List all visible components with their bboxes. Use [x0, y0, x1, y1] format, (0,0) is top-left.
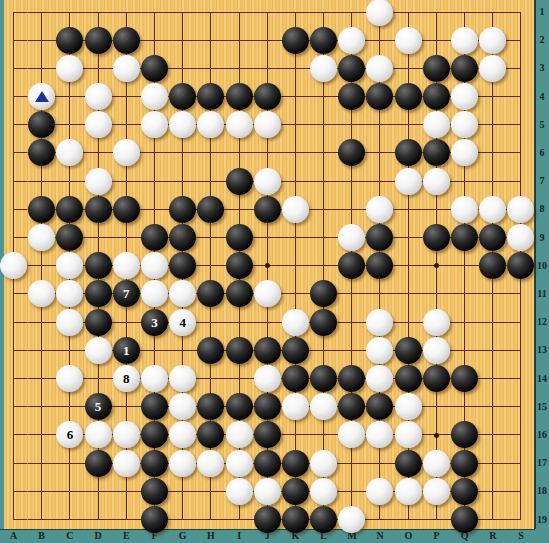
intersection-D18[interactable] — [84, 477, 112, 505]
intersection-B14[interactable] — [28, 364, 56, 392]
intersection-S3[interactable] — [507, 54, 535, 82]
intersection-O11[interactable] — [394, 280, 422, 308]
intersection-O2[interactable] — [394, 26, 422, 54]
intersection-P17[interactable] — [422, 449, 450, 477]
intersection-N3[interactable] — [366, 54, 394, 82]
intersection-Q4[interactable] — [450, 82, 478, 110]
intersection-M17[interactable] — [338, 449, 366, 477]
intersection-N7[interactable] — [366, 167, 394, 195]
intersection-A11[interactable] — [0, 280, 28, 308]
intersection-I9[interactable] — [225, 223, 253, 251]
intersection-D14[interactable] — [84, 364, 112, 392]
intersection-N1[interactable] — [366, 0, 394, 26]
intersection-G10[interactable] — [169, 252, 197, 280]
intersection-N15[interactable] — [366, 393, 394, 421]
intersection-H15[interactable] — [197, 393, 225, 421]
intersection-H3[interactable] — [197, 54, 225, 82]
intersection-A17[interactable] — [0, 449, 28, 477]
intersection-D10[interactable] — [84, 252, 112, 280]
intersection-K13[interactable] — [281, 336, 309, 364]
intersection-N8[interactable] — [366, 195, 394, 223]
intersection-E9[interactable] — [112, 223, 140, 251]
intersection-D15[interactable]: 5 — [84, 393, 112, 421]
intersection-R7[interactable] — [479, 167, 507, 195]
intersection-K18[interactable] — [281, 477, 309, 505]
intersection-L18[interactable] — [309, 477, 337, 505]
intersection-N11[interactable] — [366, 280, 394, 308]
intersection-F18[interactable] — [140, 477, 168, 505]
intersection-R2[interactable] — [479, 26, 507, 54]
intersection-A3[interactable] — [0, 54, 28, 82]
intersection-O9[interactable] — [394, 223, 422, 251]
intersection-S14[interactable] — [507, 364, 535, 392]
intersection-L4[interactable] — [309, 82, 337, 110]
intersection-F6[interactable] — [140, 139, 168, 167]
intersection-C16[interactable]: 6 — [56, 421, 84, 449]
intersection-N13[interactable] — [366, 336, 394, 364]
intersection-H2[interactable] — [197, 26, 225, 54]
intersection-M8[interactable] — [338, 195, 366, 223]
intersection-L11[interactable] — [309, 280, 337, 308]
intersection-C13[interactable] — [56, 336, 84, 364]
intersection-G7[interactable] — [169, 167, 197, 195]
intersection-R9[interactable] — [479, 223, 507, 251]
intersection-O17[interactable] — [394, 449, 422, 477]
intersection-R15[interactable] — [479, 393, 507, 421]
intersection-A16[interactable] — [0, 421, 28, 449]
intersection-A13[interactable] — [0, 336, 28, 364]
intersection-A4[interactable] — [0, 82, 28, 110]
intersection-J1[interactable] — [253, 0, 281, 26]
intersection-P2[interactable] — [422, 26, 450, 54]
intersection-E15[interactable] — [112, 393, 140, 421]
intersection-E16[interactable] — [112, 421, 140, 449]
intersection-G1[interactable] — [169, 0, 197, 26]
intersection-E5[interactable] — [112, 111, 140, 139]
intersection-J3[interactable] — [253, 54, 281, 82]
intersection-S2[interactable] — [507, 26, 535, 54]
intersection-N4[interactable] — [366, 82, 394, 110]
intersection-R8[interactable] — [479, 195, 507, 223]
intersection-N18[interactable] — [366, 477, 394, 505]
intersection-L13[interactable] — [309, 336, 337, 364]
intersection-F8[interactable] — [140, 195, 168, 223]
intersection-K8[interactable] — [281, 195, 309, 223]
intersection-A12[interactable] — [0, 308, 28, 336]
intersection-J5[interactable] — [253, 111, 281, 139]
intersection-Q8[interactable] — [450, 195, 478, 223]
intersection-E17[interactable] — [112, 449, 140, 477]
intersection-E8[interactable] — [112, 195, 140, 223]
intersection-A5[interactable] — [0, 111, 28, 139]
intersection-N14[interactable] — [366, 364, 394, 392]
intersection-C8[interactable] — [56, 195, 84, 223]
intersection-I18[interactable] — [225, 477, 253, 505]
intersection-B16[interactable] — [28, 421, 56, 449]
intersection-E1[interactable] — [112, 0, 140, 26]
intersection-D17[interactable] — [84, 449, 112, 477]
intersection-O6[interactable] — [394, 139, 422, 167]
intersection-G15[interactable] — [169, 393, 197, 421]
intersection-G4[interactable] — [169, 82, 197, 110]
intersection-F7[interactable] — [140, 167, 168, 195]
intersection-K1[interactable] — [281, 0, 309, 26]
intersection-M18[interactable] — [338, 477, 366, 505]
intersection-I16[interactable] — [225, 421, 253, 449]
intersection-H17[interactable] — [197, 449, 225, 477]
intersection-K11[interactable] — [281, 280, 309, 308]
intersection-S13[interactable] — [507, 336, 535, 364]
intersection-N17[interactable] — [366, 449, 394, 477]
intersection-P9[interactable] — [422, 223, 450, 251]
intersection-S8[interactable] — [507, 195, 535, 223]
intersection-E13[interactable]: 1 — [112, 336, 140, 364]
intersection-R6[interactable] — [479, 139, 507, 167]
intersection-M10[interactable] — [338, 252, 366, 280]
intersection-J4[interactable] — [253, 82, 281, 110]
intersection-P15[interactable] — [422, 393, 450, 421]
intersection-R14[interactable] — [479, 364, 507, 392]
intersection-M15[interactable] — [338, 393, 366, 421]
intersection-H16[interactable] — [197, 421, 225, 449]
intersection-O13[interactable] — [394, 336, 422, 364]
intersection-R17[interactable] — [479, 449, 507, 477]
intersection-D9[interactable] — [84, 223, 112, 251]
intersection-I8[interactable] — [225, 195, 253, 223]
intersection-F16[interactable] — [140, 421, 168, 449]
intersection-N10[interactable] — [366, 252, 394, 280]
intersection-E14[interactable]: 8 — [112, 364, 140, 392]
intersection-M16[interactable] — [338, 421, 366, 449]
intersection-K12[interactable] — [281, 308, 309, 336]
intersection-F12[interactable]: 3 — [140, 308, 168, 336]
intersection-R13[interactable] — [479, 336, 507, 364]
intersection-P6[interactable] — [422, 139, 450, 167]
intersection-R16[interactable] — [479, 421, 507, 449]
intersection-F5[interactable] — [140, 111, 168, 139]
intersection-I6[interactable] — [225, 139, 253, 167]
intersection-E18[interactable] — [112, 477, 140, 505]
intersection-G18[interactable] — [169, 477, 197, 505]
intersection-I15[interactable] — [225, 393, 253, 421]
intersection-C17[interactable] — [56, 449, 84, 477]
intersection-R11[interactable] — [479, 280, 507, 308]
intersection-R1[interactable] — [479, 0, 507, 26]
intersection-K6[interactable] — [281, 139, 309, 167]
intersection-B3[interactable] — [28, 54, 56, 82]
intersection-B5[interactable] — [28, 111, 56, 139]
intersection-I2[interactable] — [225, 26, 253, 54]
intersection-B12[interactable] — [28, 308, 56, 336]
intersection-J7[interactable] — [253, 167, 281, 195]
intersection-F13[interactable] — [140, 336, 168, 364]
intersection-S6[interactable] — [507, 139, 535, 167]
intersection-Q7[interactable] — [450, 167, 478, 195]
intersection-A14[interactable] — [0, 364, 28, 392]
intersection-G8[interactable] — [169, 195, 197, 223]
intersection-O15[interactable] — [394, 393, 422, 421]
intersection-H10[interactable] — [197, 252, 225, 280]
intersection-H1[interactable] — [197, 0, 225, 26]
intersection-A9[interactable] — [0, 223, 28, 251]
intersection-F9[interactable] — [140, 223, 168, 251]
intersection-M5[interactable] — [338, 111, 366, 139]
intersection-J8[interactable] — [253, 195, 281, 223]
intersection-I11[interactable] — [225, 280, 253, 308]
intersection-N16[interactable] — [366, 421, 394, 449]
intersection-O1[interactable] — [394, 0, 422, 26]
intersection-F3[interactable] — [140, 54, 168, 82]
intersection-Q5[interactable] — [450, 111, 478, 139]
intersection-G16[interactable] — [169, 421, 197, 449]
intersection-E4[interactable] — [112, 82, 140, 110]
intersection-F4[interactable] — [140, 82, 168, 110]
intersection-B1[interactable] — [28, 0, 56, 26]
intersection-S7[interactable] — [507, 167, 535, 195]
intersection-B15[interactable] — [28, 393, 56, 421]
intersection-L15[interactable] — [309, 393, 337, 421]
intersection-D5[interactable] — [84, 111, 112, 139]
intersection-B10[interactable] — [28, 252, 56, 280]
intersection-C10[interactable] — [56, 252, 84, 280]
intersection-D3[interactable] — [84, 54, 112, 82]
intersection-F2[interactable] — [140, 26, 168, 54]
intersection-O8[interactable] — [394, 195, 422, 223]
intersection-S15[interactable] — [507, 393, 535, 421]
intersection-E11[interactable]: 7 — [112, 280, 140, 308]
intersection-Q15[interactable] — [450, 393, 478, 421]
intersection-S5[interactable] — [507, 111, 535, 139]
intersection-H4[interactable] — [197, 82, 225, 110]
intersection-L12[interactable] — [309, 308, 337, 336]
intersection-P11[interactable] — [422, 280, 450, 308]
intersection-H5[interactable] — [197, 111, 225, 139]
intersection-S4[interactable] — [507, 82, 535, 110]
intersection-J16[interactable] — [253, 421, 281, 449]
intersection-I17[interactable] — [225, 449, 253, 477]
intersection-J14[interactable] — [253, 364, 281, 392]
intersection-G3[interactable] — [169, 54, 197, 82]
intersection-L2[interactable] — [309, 26, 337, 54]
intersection-P14[interactable] — [422, 364, 450, 392]
intersection-F10[interactable] — [140, 252, 168, 280]
intersection-O3[interactable] — [394, 54, 422, 82]
intersection-Q9[interactable] — [450, 223, 478, 251]
intersection-O10[interactable] — [394, 252, 422, 280]
intersection-A8[interactable] — [0, 195, 28, 223]
intersection-K9[interactable] — [281, 223, 309, 251]
intersection-P4[interactable] — [422, 82, 450, 110]
intersection-G6[interactable] — [169, 139, 197, 167]
intersection-N12[interactable] — [366, 308, 394, 336]
intersection-P1[interactable] — [422, 0, 450, 26]
intersection-C6[interactable] — [56, 139, 84, 167]
intersection-L16[interactable] — [309, 421, 337, 449]
intersection-Q18[interactable] — [450, 477, 478, 505]
intersection-J9[interactable] — [253, 223, 281, 251]
intersection-P18[interactable] — [422, 477, 450, 505]
intersection-S18[interactable] — [507, 477, 535, 505]
intersection-E3[interactable] — [112, 54, 140, 82]
intersection-K10[interactable] — [281, 252, 309, 280]
intersection-G12[interactable]: 4 — [169, 308, 197, 336]
intersection-G14[interactable] — [169, 364, 197, 392]
intersection-Q14[interactable] — [450, 364, 478, 392]
intersection-I5[interactable] — [225, 111, 253, 139]
intersection-K5[interactable] — [281, 111, 309, 139]
intersection-O7[interactable] — [394, 167, 422, 195]
intersection-D12[interactable] — [84, 308, 112, 336]
intersection-M3[interactable] — [338, 54, 366, 82]
intersection-Q17[interactable] — [450, 449, 478, 477]
intersection-A6[interactable] — [0, 139, 28, 167]
intersection-C1[interactable] — [56, 0, 84, 26]
intersection-M14[interactable] — [338, 364, 366, 392]
intersection-Q16[interactable] — [450, 421, 478, 449]
intersection-J13[interactable] — [253, 336, 281, 364]
intersection-J12[interactable] — [253, 308, 281, 336]
intersection-C5[interactable] — [56, 111, 84, 139]
intersection-H13[interactable] — [197, 336, 225, 364]
intersection-J17[interactable] — [253, 449, 281, 477]
intersection-H9[interactable] — [197, 223, 225, 251]
intersection-D13[interactable] — [84, 336, 112, 364]
intersection-I13[interactable] — [225, 336, 253, 364]
intersection-B9[interactable] — [28, 223, 56, 251]
intersection-C2[interactable] — [56, 26, 84, 54]
intersection-H6[interactable] — [197, 139, 225, 167]
intersection-D4[interactable] — [84, 82, 112, 110]
intersection-L7[interactable] — [309, 167, 337, 195]
intersection-H8[interactable] — [197, 195, 225, 223]
intersection-N6[interactable] — [366, 139, 394, 167]
intersection-B17[interactable] — [28, 449, 56, 477]
intersection-O5[interactable] — [394, 111, 422, 139]
intersection-P5[interactable] — [422, 111, 450, 139]
intersection-S1[interactable] — [507, 0, 535, 26]
intersection-N5[interactable] — [366, 111, 394, 139]
intersection-S12[interactable] — [507, 308, 535, 336]
intersection-A7[interactable] — [0, 167, 28, 195]
intersection-M11[interactable] — [338, 280, 366, 308]
intersection-P7[interactable] — [422, 167, 450, 195]
intersection-Q1[interactable] — [450, 0, 478, 26]
intersection-L6[interactable] — [309, 139, 337, 167]
intersection-B13[interactable] — [28, 336, 56, 364]
intersection-D16[interactable] — [84, 421, 112, 449]
intersection-P8[interactable] — [422, 195, 450, 223]
intersection-Q6[interactable] — [450, 139, 478, 167]
intersection-Q13[interactable] — [450, 336, 478, 364]
intersection-B4[interactable] — [28, 82, 56, 110]
intersection-F11[interactable] — [140, 280, 168, 308]
intersection-B18[interactable] — [28, 477, 56, 505]
intersection-H14[interactable] — [197, 364, 225, 392]
intersection-S16[interactable] — [507, 421, 535, 449]
intersection-G17[interactable] — [169, 449, 197, 477]
intersection-J15[interactable] — [253, 393, 281, 421]
intersection-K17[interactable] — [281, 449, 309, 477]
intersection-P12[interactable] — [422, 308, 450, 336]
intersection-C18[interactable] — [56, 477, 84, 505]
intersection-A2[interactable] — [0, 26, 28, 54]
intersection-S11[interactable] — [507, 280, 535, 308]
intersection-L9[interactable] — [309, 223, 337, 251]
intersection-S9[interactable] — [507, 223, 535, 251]
intersection-Q10[interactable] — [450, 252, 478, 280]
intersection-N9[interactable] — [366, 223, 394, 251]
intersection-H7[interactable] — [197, 167, 225, 195]
intersection-O12[interactable] — [394, 308, 422, 336]
intersection-K7[interactable] — [281, 167, 309, 195]
intersection-M4[interactable] — [338, 82, 366, 110]
intersection-R12[interactable] — [479, 308, 507, 336]
intersection-E10[interactable] — [112, 252, 140, 280]
intersection-G2[interactable] — [169, 26, 197, 54]
intersection-G11[interactable] — [169, 280, 197, 308]
intersection-A15[interactable] — [0, 393, 28, 421]
intersection-I14[interactable] — [225, 364, 253, 392]
intersection-C3[interactable] — [56, 54, 84, 82]
intersection-M1[interactable] — [338, 0, 366, 26]
intersection-H18[interactable] — [197, 477, 225, 505]
intersection-I3[interactable] — [225, 54, 253, 82]
intersection-E12[interactable] — [112, 308, 140, 336]
intersection-M7[interactable] — [338, 167, 366, 195]
intersection-M13[interactable] — [338, 336, 366, 364]
intersection-R10[interactable] — [479, 252, 507, 280]
intersection-D7[interactable] — [84, 167, 112, 195]
intersection-K16[interactable] — [281, 421, 309, 449]
intersection-E7[interactable] — [112, 167, 140, 195]
intersection-Q3[interactable] — [450, 54, 478, 82]
intersection-B7[interactable] — [28, 167, 56, 195]
intersection-K15[interactable] — [281, 393, 309, 421]
intersection-M12[interactable] — [338, 308, 366, 336]
intersection-I4[interactable] — [225, 82, 253, 110]
intersection-C12[interactable] — [56, 308, 84, 336]
intersection-R4[interactable] — [479, 82, 507, 110]
intersection-K2[interactable] — [281, 26, 309, 54]
intersection-L17[interactable] — [309, 449, 337, 477]
intersection-Q11[interactable] — [450, 280, 478, 308]
intersection-C4[interactable] — [56, 82, 84, 110]
intersection-M2[interactable] — [338, 26, 366, 54]
intersection-D2[interactable] — [84, 26, 112, 54]
intersection-C14[interactable] — [56, 364, 84, 392]
intersection-B11[interactable] — [28, 280, 56, 308]
intersection-H11[interactable] — [197, 280, 225, 308]
intersection-O14[interactable] — [394, 364, 422, 392]
intersection-L8[interactable] — [309, 195, 337, 223]
intersection-A10[interactable] — [0, 252, 28, 280]
intersection-I12[interactable] — [225, 308, 253, 336]
intersection-J6[interactable] — [253, 139, 281, 167]
intersection-O4[interactable] — [394, 82, 422, 110]
intersection-G13[interactable] — [169, 336, 197, 364]
intersection-Q2[interactable] — [450, 26, 478, 54]
intersection-J11[interactable] — [253, 280, 281, 308]
intersection-C11[interactable] — [56, 280, 84, 308]
intersection-K14[interactable] — [281, 364, 309, 392]
intersection-A18[interactable] — [0, 477, 28, 505]
intersection-F1[interactable] — [140, 0, 168, 26]
intersection-L14[interactable] — [309, 364, 337, 392]
intersection-G9[interactable] — [169, 223, 197, 251]
intersection-D8[interactable] — [84, 195, 112, 223]
intersection-R18[interactable] — [479, 477, 507, 505]
intersection-K4[interactable] — [281, 82, 309, 110]
